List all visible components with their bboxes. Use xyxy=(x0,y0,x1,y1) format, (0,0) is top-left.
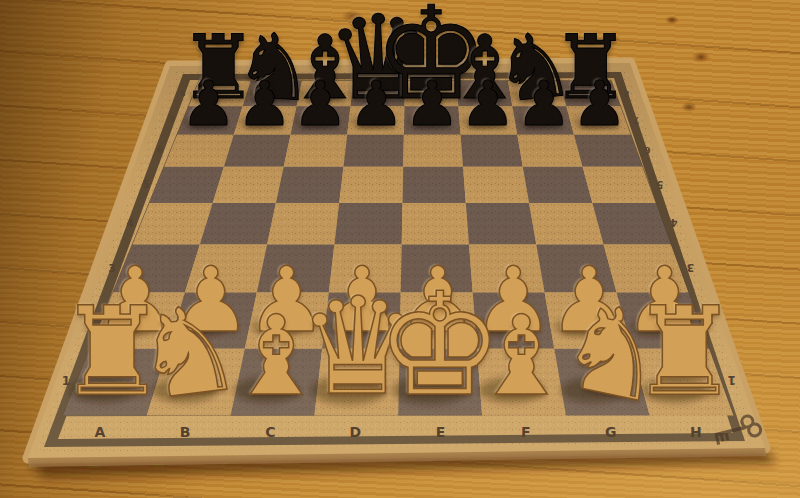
piece-g7-black-pawn[interactable]: ♟ xyxy=(516,73,572,135)
pieces-layer: ♜♞♝♛♚♝♞♜♟♟♟♟♟♟♟♟♟♟♟♟♟♟♟♟♜♞♝♛♚♝♞♜ xyxy=(0,0,800,498)
piece-d7-black-pawn[interactable]: ♟ xyxy=(348,73,404,135)
piece-e7-black-pawn[interactable]: ♟ xyxy=(404,73,460,135)
photo-scene: ABCDEFGH1122334455667788 ♜♞♝♛♚♝♞♜♟♟♟♟♟♟♟… xyxy=(0,0,800,498)
piece-h7-black-pawn[interactable]: ♟ xyxy=(572,73,628,135)
piece-b7-black-pawn[interactable]: ♟ xyxy=(237,73,293,135)
piece-c7-black-pawn[interactable]: ♟ xyxy=(293,73,349,135)
piece-f7-black-pawn[interactable]: ♟ xyxy=(460,73,516,135)
piece-h1-white-rook[interactable]: ♜ xyxy=(630,291,739,413)
piece-a7-black-pawn[interactable]: ♟ xyxy=(181,73,237,135)
